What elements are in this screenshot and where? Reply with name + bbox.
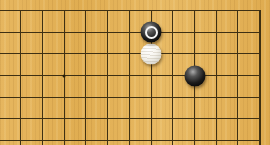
go-board-viewport [0, 0, 270, 145]
grid-cell [172, 97, 194, 119]
grid-cell [85, 32, 107, 54]
grid-cell [194, 32, 216, 54]
grid-cell [107, 10, 129, 32]
grid-cell [85, 140, 107, 145]
grid-cell [151, 75, 173, 97]
grid-cell [216, 32, 238, 54]
grid-cell [237, 32, 259, 54]
grid-cell [85, 75, 107, 97]
grid-cell [64, 75, 86, 97]
grid-cell [107, 53, 129, 75]
grid-cell [194, 10, 216, 32]
grid-cell [42, 118, 64, 140]
grid-cell [0, 97, 20, 119]
grid-cell [20, 118, 42, 140]
grid-cell [64, 32, 86, 54]
grid-cell [42, 32, 64, 54]
grid-cell [85, 10, 107, 32]
grid-cell [237, 97, 259, 119]
last-move-circle-marker-icon [145, 26, 158, 39]
grid-cell [151, 97, 173, 119]
grid-cell [107, 140, 129, 145]
grid-cell [42, 10, 64, 32]
grid-cell [0, 140, 20, 145]
stone-black-Q16[interactable] [184, 65, 205, 86]
grid-cell [107, 118, 129, 140]
grid-cell [85, 97, 107, 119]
grid-cell [216, 118, 238, 140]
grid-cell [194, 97, 216, 119]
star-point-K16 [63, 74, 66, 77]
grid-cell [107, 75, 129, 97]
stone-white-O17[interactable] [141, 43, 162, 64]
grid-cell [194, 118, 216, 140]
grid-cell [20, 97, 42, 119]
grid-cell [42, 140, 64, 145]
grid-cell [20, 32, 42, 54]
grid-cell [42, 97, 64, 119]
grid-cell [216, 97, 238, 119]
grid-cell [216, 140, 238, 145]
grid-cell [237, 75, 259, 97]
grid-cell [64, 118, 86, 140]
grid-cell [0, 32, 20, 54]
grid-cell [20, 53, 42, 75]
go-board[interactable] [0, 10, 261, 145]
grid-cell [129, 97, 151, 119]
grid-cell [151, 118, 173, 140]
grid-cell [0, 118, 20, 140]
grid-cell [194, 140, 216, 145]
grid-cell [151, 140, 173, 145]
grid-cell [237, 140, 259, 145]
grid-cell [0, 75, 20, 97]
grid-cell [172, 140, 194, 145]
grid-cell [20, 10, 42, 32]
grid-cell [85, 53, 107, 75]
grid-cell [42, 53, 64, 75]
grid-cell [129, 75, 151, 97]
grid-cell [64, 10, 86, 32]
grid-cell [64, 53, 86, 75]
grid-cell [129, 140, 151, 145]
grid-cell [237, 53, 259, 75]
grid-cell [0, 10, 20, 32]
grid-cell [20, 75, 42, 97]
grid-cell [172, 118, 194, 140]
grid-cell [172, 32, 194, 54]
grid-cell [237, 10, 259, 32]
grid-cell [172, 10, 194, 32]
grid-cell [107, 32, 129, 54]
grid-cell [20, 140, 42, 145]
stone-black-O18[interactable] [141, 22, 162, 43]
grid-cell [64, 140, 86, 145]
grid-cell [216, 75, 238, 97]
grid-cell [216, 10, 238, 32]
grid-cell [85, 118, 107, 140]
grid-cell [216, 53, 238, 75]
grid-cell [107, 97, 129, 119]
grid-cell [42, 75, 64, 97]
grid-cell [64, 97, 86, 119]
grid-cell [237, 118, 259, 140]
grid-cell [0, 53, 20, 75]
grid-cell [129, 118, 151, 140]
